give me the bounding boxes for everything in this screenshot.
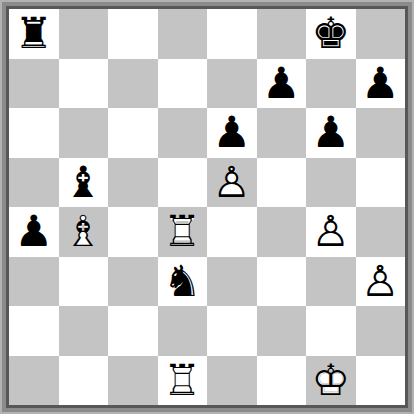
square-c7[interactable] <box>108 59 158 109</box>
square-e2[interactable] <box>207 306 257 356</box>
square-c5[interactable] <box>108 158 158 208</box>
white-king[interactable]: ♚♔ <box>306 356 356 406</box>
chess-board: ♜♚♟♟♟♟♝♟♙♟♝♗♜♖♟♙♞♟♙♜♖♚♔ <box>6 6 408 408</box>
square-f7[interactable]: ♟ <box>257 59 307 109</box>
square-f6[interactable] <box>257 108 307 158</box>
square-a5[interactable] <box>9 158 59 208</box>
white-rook[interactable]: ♜♖ <box>158 356 208 406</box>
square-f4[interactable] <box>257 207 307 257</box>
square-f2[interactable] <box>257 306 307 356</box>
square-h1[interactable] <box>356 356 406 406</box>
white-bishop[interactable]: ♝♗ <box>59 207 109 257</box>
square-g3[interactable] <box>306 257 356 307</box>
square-c3[interactable] <box>108 257 158 307</box>
square-b3[interactable] <box>59 257 109 307</box>
square-c4[interactable] <box>108 207 158 257</box>
square-f8[interactable] <box>257 9 307 59</box>
square-h3[interactable]: ♟♙ <box>356 257 406 307</box>
square-d1[interactable]: ♜♖ <box>158 356 208 406</box>
square-h8[interactable] <box>356 9 406 59</box>
square-d3[interactable]: ♞ <box>158 257 208 307</box>
square-d7[interactable] <box>158 59 208 109</box>
square-e7[interactable] <box>207 59 257 109</box>
square-d5[interactable] <box>158 158 208 208</box>
black-pawn[interactable]: ♟ <box>257 59 307 109</box>
square-c8[interactable] <box>108 9 158 59</box>
square-f1[interactable] <box>257 356 307 406</box>
square-a3[interactable] <box>9 257 59 307</box>
square-d8[interactable] <box>158 9 208 59</box>
square-a1[interactable] <box>9 356 59 406</box>
square-g4[interactable]: ♟♙ <box>306 207 356 257</box>
square-g2[interactable] <box>306 306 356 356</box>
square-c1[interactable] <box>108 356 158 406</box>
piece-outline-layer: ♙ <box>212 161 251 204</box>
square-e1[interactable] <box>207 356 257 406</box>
board-frame: ♜♚♟♟♟♟♝♟♙♟♝♗♜♖♟♙♞♟♙♜♖♚♔ <box>0 0 414 414</box>
square-g6[interactable]: ♟ <box>306 108 356 158</box>
square-e3[interactable] <box>207 257 257 307</box>
square-b6[interactable] <box>59 108 109 158</box>
square-g7[interactable] <box>306 59 356 109</box>
black-pawn[interactable]: ♟ <box>356 59 406 109</box>
square-d2[interactable] <box>158 306 208 356</box>
black-knight[interactable]: ♞ <box>158 257 208 307</box>
square-b1[interactable] <box>59 356 109 406</box>
square-b8[interactable] <box>59 9 109 59</box>
square-e8[interactable] <box>207 9 257 59</box>
square-a7[interactable] <box>9 59 59 109</box>
black-king[interactable]: ♚ <box>306 9 356 59</box>
square-c6[interactable] <box>108 108 158 158</box>
square-a6[interactable] <box>9 108 59 158</box>
square-h6[interactable] <box>356 108 406 158</box>
square-b2[interactable] <box>59 306 109 356</box>
square-h2[interactable] <box>356 306 406 356</box>
square-g8[interactable]: ♚ <box>306 9 356 59</box>
square-h7[interactable]: ♟ <box>356 59 406 109</box>
piece-outline-layer: ♔ <box>311 359 350 402</box>
piece-outline-layer: ♖ <box>163 210 202 253</box>
square-d6[interactable] <box>158 108 208 158</box>
square-e5[interactable]: ♟♙ <box>207 158 257 208</box>
white-rook[interactable]: ♜♖ <box>158 207 208 257</box>
square-g1[interactable]: ♚♔ <box>306 356 356 406</box>
square-f3[interactable] <box>257 257 307 307</box>
square-b5[interactable]: ♝ <box>59 158 109 208</box>
square-e4[interactable] <box>207 207 257 257</box>
piece-outline-layer: ♗ <box>64 210 103 253</box>
black-pawn[interactable]: ♟ <box>207 108 257 158</box>
white-pawn[interactable]: ♟♙ <box>306 207 356 257</box>
square-f5[interactable] <box>257 158 307 208</box>
square-a8[interactable]: ♜ <box>9 9 59 59</box>
square-a2[interactable] <box>9 306 59 356</box>
black-pawn[interactable]: ♟ <box>306 108 356 158</box>
square-b4[interactable]: ♝♗ <box>59 207 109 257</box>
square-b7[interactable] <box>59 59 109 109</box>
black-bishop[interactable]: ♝ <box>59 158 109 208</box>
square-a4[interactable]: ♟ <box>9 207 59 257</box>
black-rook[interactable]: ♜ <box>9 9 59 59</box>
black-pawn[interactable]: ♟ <box>9 207 59 257</box>
piece-outline-layer: ♙ <box>361 260 400 303</box>
piece-outline-layer: ♙ <box>311 210 350 253</box>
piece-outline-layer: ♖ <box>163 359 202 402</box>
square-h4[interactable] <box>356 207 406 257</box>
square-e6[interactable]: ♟ <box>207 108 257 158</box>
square-h5[interactable] <box>356 158 406 208</box>
square-d4[interactable]: ♜♖ <box>158 207 208 257</box>
square-c2[interactable] <box>108 306 158 356</box>
white-pawn[interactable]: ♟♙ <box>356 257 406 307</box>
white-pawn[interactable]: ♟♙ <box>207 158 257 208</box>
square-g5[interactable] <box>306 158 356 208</box>
